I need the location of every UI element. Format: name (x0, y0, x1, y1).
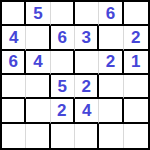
cell-r4c3-given-digit: 5 (51, 75, 75, 99)
cell-r3c1-given-digit: 6 (2, 51, 26, 75)
cell-r5c6-empty[interactable] (124, 99, 148, 123)
cell-r5c3-given-digit: 2 (51, 99, 75, 123)
cell-r1c5-given-digit: 6 (99, 2, 123, 26)
cell-r4c1-empty[interactable] (2, 75, 26, 99)
cell-r2c2-empty[interactable] (26, 26, 50, 50)
cell-r2c5-empty[interactable] (99, 26, 123, 50)
cell-r5c4-given-digit: 4 (75, 99, 99, 123)
cell-r2c4-given-digit: 3 (75, 26, 99, 50)
cell-r1c2-given-digit: 5 (26, 2, 50, 26)
cell-r4c2-empty[interactable] (26, 75, 50, 99)
cell-r5c5-empty[interactable] (99, 99, 123, 123)
cell-r5c2-empty[interactable] (26, 99, 50, 123)
cell-r3c2-given-digit: 4 (26, 51, 50, 75)
cell-r6c4-empty[interactable] (75, 124, 99, 148)
cell-r6c2-empty[interactable] (26, 124, 50, 148)
puzzle-board: 56463264215224 (0, 0, 150, 150)
cell-r1c6-empty[interactable] (124, 2, 148, 26)
cell-r3c5-given-digit: 2 (99, 51, 123, 75)
cell-r1c3-empty[interactable] (51, 2, 75, 26)
cell-r2c3-given-digit: 6 (51, 26, 75, 50)
cell-r2c6-given-digit: 2 (124, 26, 148, 50)
cell-r5c1-empty[interactable] (2, 99, 26, 123)
cell-r1c1-empty[interactable] (2, 2, 26, 26)
cell-r1c4-empty[interactable] (75, 2, 99, 26)
cell-r6c3-empty[interactable] (51, 124, 75, 148)
cell-r6c5-empty[interactable] (99, 124, 123, 148)
cell-r4c4-given-digit: 2 (75, 75, 99, 99)
cell-r4c5-empty[interactable] (99, 75, 123, 99)
cell-r2c1-given-digit: 4 (2, 26, 26, 50)
puzzle-page: 56463264215224 (0, 0, 150, 150)
cell-r4c6-empty[interactable] (124, 75, 148, 99)
cell-r3c4-empty[interactable] (75, 51, 99, 75)
cell-r3c6-given-digit: 1 (124, 51, 148, 75)
cell-r3c3-empty[interactable] (51, 51, 75, 75)
cell-r6c1-empty[interactable] (2, 124, 26, 148)
cell-r6c6-empty[interactable] (124, 124, 148, 148)
